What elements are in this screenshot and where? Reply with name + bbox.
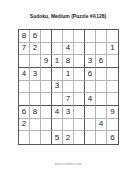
sudoku-cell-r2c5: 4 <box>63 43 74 56</box>
sudoku-grid: 8672419183643163746843924526 <box>18 29 119 145</box>
sudoku-cell-r8c9 <box>107 119 118 132</box>
sudoku-cell-r9c4: 5 <box>52 131 63 144</box>
sudoku-cell-r5c8 <box>96 81 107 94</box>
sudoku-cell-r9c3 <box>41 131 52 144</box>
sudoku-cell-r8c3 <box>41 119 52 132</box>
sudoku-cell-r9c8 <box>96 131 107 144</box>
sudoku-cell-r9c6 <box>74 131 85 144</box>
sudoku-cell-r6c1 <box>19 93 30 106</box>
sudoku-cell-r8c7 <box>85 119 96 132</box>
sudoku-cell-r4c9 <box>107 68 118 81</box>
sudoku-cell-r2c7 <box>85 43 96 56</box>
sudoku-cell-r7c2: 8 <box>30 106 41 119</box>
sudoku-cell-r7c6 <box>74 106 85 119</box>
sudoku-cell-r7c8 <box>96 106 107 119</box>
sudoku-cell-r7c9: 9 <box>107 106 118 119</box>
sudoku-cell-r2c1: 7 <box>19 43 30 56</box>
sudoku-cell-r8c2 <box>30 119 41 132</box>
sudoku-cell-r7c3 <box>41 106 52 119</box>
sudoku-cell-r8c1: 2 <box>19 119 30 132</box>
sudoku-cell-r8c4 <box>52 119 63 132</box>
sudoku-cell-r1c5 <box>63 30 74 43</box>
sudoku-cell-r5c1 <box>19 81 30 94</box>
sudoku-cell-r2c2: 2 <box>30 43 41 56</box>
sudoku-cell-r6c5: 7 <box>63 93 74 106</box>
sudoku-cell-r9c5: 2 <box>63 131 74 144</box>
sudoku-cell-r4c5: 1 <box>63 68 74 81</box>
sudoku-cell-r3c8: 6 <box>96 55 107 68</box>
sudoku-cell-r3c2 <box>30 55 41 68</box>
sudoku-cell-r2c4 <box>52 43 63 56</box>
sudoku-cell-r7c4: 4 <box>52 106 63 119</box>
sudoku-cell-r6c8 <box>96 93 107 106</box>
sudoku-cell-r5c6 <box>74 81 85 94</box>
sudoku-cell-r6c7: 4 <box>85 93 96 106</box>
sudoku-cell-r3c9 <box>107 55 118 68</box>
sudoku-cell-r1c4 <box>52 30 63 43</box>
sudoku-cell-r1c8 <box>96 30 107 43</box>
sudoku-cell-r1c7 <box>85 30 96 43</box>
sudoku-cell-r5c2 <box>30 81 41 94</box>
sudoku-cell-r5c9 <box>107 81 118 94</box>
sudoku-cell-r6c3 <box>41 93 52 106</box>
sudoku-cell-r5c7 <box>85 81 96 94</box>
sudoku-cell-r1c3 <box>41 30 52 43</box>
sudoku-cell-r4c3 <box>41 68 52 81</box>
sudoku-cell-r3c3: 9 <box>41 55 52 68</box>
sudoku-cell-r1c9 <box>107 30 118 43</box>
sudoku-cell-r2c3 <box>41 43 52 56</box>
sudoku-cell-r1c1: 8 <box>19 30 30 43</box>
sudoku-cell-r5c3 <box>41 81 52 94</box>
sudoku-cell-r1c6 <box>74 30 85 43</box>
sudoku-cell-r1c2: 6 <box>30 30 41 43</box>
sudoku-cell-r3c4: 1 <box>52 55 63 68</box>
sudoku-cell-r6c9 <box>107 93 118 106</box>
sudoku-cell-r4c2: 3 <box>30 68 41 81</box>
sudoku-cell-r8c5 <box>63 119 74 132</box>
sudoku-cell-r7c1: 6 <box>19 106 30 119</box>
sudoku-cell-r7c5: 3 <box>63 106 74 119</box>
sudoku-cell-r3c7: 3 <box>85 55 96 68</box>
sudoku-cell-r6c2 <box>30 93 41 106</box>
sudoku-cell-r5c4: 3 <box>52 81 63 94</box>
sudoku-cell-r6c6 <box>74 93 85 106</box>
sudoku-cell-r4c8 <box>96 68 107 81</box>
sudoku-cell-r2c8 <box>96 43 107 56</box>
page-title: Sudoku, Medium (Puzzle #A128) <box>0 13 136 19</box>
sudoku-cell-r4c1: 4 <box>19 68 30 81</box>
sudoku-cell-r4c6 <box>74 68 85 81</box>
sudoku-cell-r6c4 <box>52 93 63 106</box>
sudoku-cell-r2c9: 1 <box>107 43 118 56</box>
sudoku-cell-r4c4 <box>52 68 63 81</box>
sudoku-cell-r5c5 <box>63 81 74 94</box>
sudoku-cell-r9c7 <box>85 131 96 144</box>
sudoku-cell-r8c8: 4 <box>96 119 107 132</box>
sudoku-cell-r3c5: 8 <box>63 55 74 68</box>
sudoku-cell-r2c6 <box>74 43 85 56</box>
sudoku-cell-r9c9: 6 <box>107 131 118 144</box>
sudoku-cell-r3c6 <box>74 55 85 68</box>
sudoku-cell-r7c7 <box>85 106 96 119</box>
sudoku-cell-r8c6 <box>74 119 85 132</box>
sudoku-cell-r9c2 <box>30 131 41 144</box>
sudoku-cell-r3c1 <box>19 55 30 68</box>
sudoku-cell-r9c1 <box>19 131 30 144</box>
sudoku-cell-r4c7: 6 <box>85 68 96 81</box>
footer-url: www.sudoku.com <box>0 162 136 166</box>
